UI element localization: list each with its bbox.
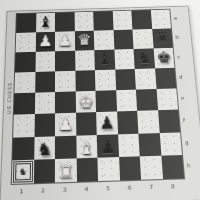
piece-white-rook-h3[interactable]: ♜ [55,160,77,184]
piece-white-king-e4[interactable]: ♚ [75,91,96,113]
square-e6[interactable] [116,90,137,112]
rank-label-8: 8 [162,180,185,194]
piece-black-pawn-g5[interactable]: ♟ [97,135,119,158]
square-b3[interactable]: ♟ [55,31,75,51]
square-a6[interactable] [112,11,132,31]
square-f1[interactable] [13,114,34,137]
board-grid: ♝♟♟♛♜♝♞♚♚♟♟♞♝♟♞♜ [11,9,185,185]
square-e2[interactable] [34,92,55,114]
square-g1[interactable] [12,137,34,160]
file-label-a: a [171,8,186,27]
file-label-c: c [175,47,190,67]
square-e8[interactable] [156,89,178,111]
file-label-d: d [176,67,192,88]
square-b4[interactable]: ♛ [74,31,94,51]
square-f8[interactable] [158,110,180,133]
knight-emblem-logo: ♞ [15,163,31,181]
square-c8[interactable]: ♚ [153,48,174,69]
square-g2[interactable]: ♞ [34,136,55,159]
square-d3[interactable] [55,71,75,92]
square-h6[interactable] [119,156,142,180]
rank-label-1: 1 [10,185,32,199]
chessboard-photo: US CHESS ♝♟♟♛♜♝♞♚♚♟♟♞♝♟♞♜ 12345678 abcde… [0,0,200,200]
square-d8[interactable] [155,68,177,89]
square-g3[interactable] [55,135,76,158]
square-d7[interactable] [135,69,156,90]
square-a5[interactable] [93,11,113,31]
rank-label-3: 3 [54,184,76,198]
rank-label-7: 7 [140,181,162,195]
square-h2[interactable] [33,159,55,183]
square-f5[interactable]: ♟ [96,112,117,135]
piece-white-pawn-f3[interactable]: ♟ [55,113,76,136]
square-e3[interactable] [55,92,76,114]
square-a3[interactable] [55,12,74,32]
square-h4[interactable] [76,157,98,181]
square-f4[interactable] [76,113,97,136]
square-d2[interactable] [35,72,55,93]
square-f3[interactable]: ♟ [55,113,76,136]
square-d1[interactable] [14,72,35,93]
square-c4[interactable] [75,50,95,71]
square-b6[interactable] [113,30,133,50]
square-e1[interactable] [14,93,35,115]
square-a1[interactable] [16,13,36,33]
square-g5[interactable]: ♟ [97,134,119,157]
square-b7[interactable] [132,29,153,49]
square-g8[interactable] [159,132,182,155]
square-f6[interactable] [117,111,139,134]
piece-black-pawn-f5[interactable]: ♟ [96,112,117,135]
square-e7[interactable] [136,89,158,111]
square-h3[interactable]: ♜ [55,158,77,182]
square-d6[interactable] [115,69,136,90]
file-label-f: f [180,109,196,131]
square-c7[interactable]: ♞ [134,49,155,70]
square-a8[interactable] [150,10,171,29]
square-h5[interactable] [97,157,119,181]
file-label-b: b [173,27,188,47]
piece-white-pawn-b2[interactable]: ♟ [35,31,55,51]
square-c1[interactable] [15,52,35,73]
piece-black-king-c8[interactable]: ♚ [153,47,174,68]
piece-white-queen-b4[interactable]: ♛ [74,29,94,49]
square-h7[interactable] [140,155,163,179]
piece-black-bishop-a2[interactable]: ♝ [36,12,55,32]
square-e5[interactable] [95,91,116,113]
chess-board: US CHESS ♝♟♟♛♜♝♞♚♚♟♟♞♝♟♞♜ 12345678 abcde… [0,6,200,200]
square-d5[interactable] [95,70,116,91]
square-g4[interactable]: ♝ [76,135,98,158]
square-g6[interactable] [118,133,140,156]
file-label-h: h [184,153,200,177]
rank-label-4: 4 [75,183,97,197]
square-f7[interactable] [137,111,159,134]
rank-label-2: 2 [32,185,54,199]
square-c5[interactable]: ♝ [94,50,114,71]
square-c6[interactable] [114,49,135,70]
rank-label-5: 5 [97,183,119,197]
piece-black-knight-g2[interactable]: ♞ [34,137,55,161]
file-label-e: e [178,87,194,109]
square-b8[interactable]: ♜ [152,29,173,49]
piece-white-pawn-b3[interactable]: ♟ [55,30,75,50]
square-g7[interactable] [138,133,160,156]
square-a2[interactable]: ♝ [36,13,55,33]
file-label-g: g [182,130,198,153]
square-c3[interactable] [55,51,75,72]
square-f2[interactable] [34,114,55,137]
square-h1[interactable]: ♞ [12,159,34,183]
square-c2[interactable] [35,51,55,72]
square-e4[interactable]: ♚ [75,91,96,113]
piece-black-knight-c7[interactable]: ♞ [133,47,154,68]
square-h8[interactable] [161,155,184,179]
square-b5[interactable] [94,30,114,50]
square-b1[interactable] [16,32,36,52]
rank-label-6: 6 [119,182,141,196]
piece-black-rook-b8[interactable]: ♜ [152,27,173,47]
square-b2[interactable]: ♟ [35,32,55,52]
square-d4[interactable] [75,70,96,91]
square-a7[interactable] [131,10,151,30]
piece-black-bishop-c5[interactable]: ♝ [94,48,114,69]
piece-white-bishop-g4[interactable]: ♝ [76,136,98,159]
square-a4[interactable] [74,12,94,32]
